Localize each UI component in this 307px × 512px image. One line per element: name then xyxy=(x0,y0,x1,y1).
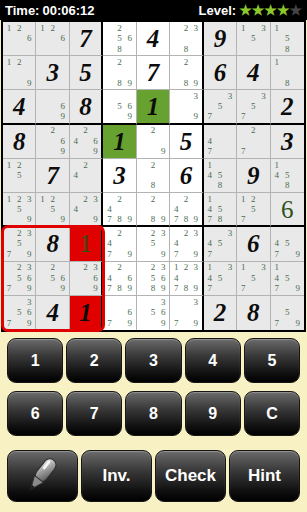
given-digit: 4 xyxy=(247,60,260,85)
pencil-marks: 238 xyxy=(170,22,201,55)
pencil-marks: 47 xyxy=(204,125,236,158)
given-digit: 8 xyxy=(46,231,59,256)
cell-r8c4[interactable]: 246789 xyxy=(103,262,136,296)
pencil-marks: 289 xyxy=(137,193,169,225)
given-digit: 8 xyxy=(247,300,260,325)
given-digit: 6 xyxy=(214,60,227,85)
star-filled-icon: ★ xyxy=(239,2,252,18)
cell-r7c8[interactable]: 6 xyxy=(237,227,270,261)
pencil-marks: 1458 xyxy=(204,159,236,192)
pencil-marks: 1458 xyxy=(271,159,304,192)
pencil-marks: 23479 xyxy=(170,227,201,260)
cell-r4c9[interactable]: 3 xyxy=(271,125,304,159)
inv-button[interactable]: Inv. xyxy=(81,450,152,502)
sudoku-board: 1261267256842389135158129352897289641846… xyxy=(1,20,306,332)
key-c[interactable]: C xyxy=(244,391,300,436)
cell-r6c3[interactable]: 2349 xyxy=(70,193,103,227)
key-4[interactable]: 4 xyxy=(185,338,241,383)
cell-r8c2[interactable]: 2569 xyxy=(36,262,69,296)
pencil-marks: 1357 xyxy=(237,262,269,295)
cell-r4c6[interactable]: 5 xyxy=(170,125,203,159)
cell-r5c4[interactable]: 3 xyxy=(103,159,136,193)
key-8[interactable]: 8 xyxy=(125,391,181,436)
cell-r8c9[interactable]: 14579 xyxy=(271,262,304,296)
cell-r6c7[interactable]: 14578 xyxy=(204,193,237,227)
given-digit: 2 xyxy=(281,94,294,119)
cell-r7c2[interactable]: 8 xyxy=(36,227,69,261)
cell-r4c7[interactable]: 47 xyxy=(204,125,237,159)
cell-r5c2[interactable]: 7 xyxy=(36,159,69,193)
pen-button[interactable] xyxy=(7,450,78,502)
cell-r2c2[interactable]: 3 xyxy=(36,56,69,90)
cell-r7c7[interactable]: 3457 xyxy=(204,227,237,261)
cell-r1c7[interactable]: 9 xyxy=(204,22,237,56)
pencil-marks: 357 xyxy=(237,90,269,122)
given-digit: 4 xyxy=(13,94,26,119)
cell-r1c9[interactable]: 158 xyxy=(271,22,304,56)
cell-r8c1[interactable]: 235679 xyxy=(3,262,36,296)
cell-r7c6[interactable]: 23479 xyxy=(170,227,203,261)
cell-r3c4[interactable]: 569 xyxy=(103,90,136,124)
given-digit: 9 xyxy=(214,26,227,51)
cell-r9c1[interactable]: 35679 xyxy=(3,296,36,330)
user-digit: 1 xyxy=(79,231,92,256)
time-label: Time: xyxy=(5,3,39,18)
pencil-marks: 24 xyxy=(70,159,101,192)
cell-r3c9[interactable]: 2 xyxy=(271,90,304,124)
cell-r9c5[interactable]: 3569 xyxy=(137,296,170,330)
cell-r2c5[interactable]: 7 xyxy=(137,56,170,90)
cell-r9c7[interactable]: 2 xyxy=(204,296,237,330)
cell-r9c2[interactable]: 4 xyxy=(36,296,69,330)
pencil-marks: 2469 xyxy=(70,125,101,158)
cell-r8c5[interactable]: 235689 xyxy=(137,262,170,296)
given-digit: 4 xyxy=(147,26,160,51)
cell-r5c7[interactable]: 1458 xyxy=(204,159,237,193)
given-digit: 7 xyxy=(46,163,59,188)
cell-r9c8[interactable]: 8 xyxy=(237,296,270,330)
pencil-marks: 3457 xyxy=(204,227,236,260)
cell-r3c6[interactable]: 39 xyxy=(170,90,203,124)
keypad-row-1: 12345 xyxy=(7,338,300,383)
given-digit: 4 xyxy=(46,300,59,325)
cell-r1c4[interactable]: 2568 xyxy=(103,22,136,56)
status-bar: Time: 00:06:12 Level: ★★★★★ xyxy=(0,0,307,20)
pencil-marks: 246789 xyxy=(103,262,135,295)
cell-r4c3[interactable]: 2469 xyxy=(70,125,103,159)
star-filled-icon: ★ xyxy=(277,2,290,18)
given-digit: 3 xyxy=(46,60,59,85)
cell-r8c3[interactable]: 2369 xyxy=(70,262,103,296)
pencil-marks: 269 xyxy=(36,125,68,158)
cell-r5c3[interactable]: 24 xyxy=(70,159,103,193)
cell-r5c5[interactable]: 28 xyxy=(137,159,170,193)
cell-r6c8[interactable]: 1257 xyxy=(237,193,270,227)
cell-r6c6[interactable]: 24789 xyxy=(170,193,203,227)
pencil-marks: 2568 xyxy=(103,22,135,55)
given-digit: 9 xyxy=(247,163,260,188)
cell-r5c6[interactable]: 6 xyxy=(170,159,203,193)
given-digit: 2 xyxy=(214,300,227,325)
given-digit: 8 xyxy=(13,129,26,154)
pencil-marks: 39 xyxy=(170,90,201,122)
pencil-marks: 3569 xyxy=(137,296,169,330)
given-digit: 7 xyxy=(79,26,92,51)
pencil-marks: 158 xyxy=(271,22,304,55)
pencil-marks: 126 xyxy=(36,22,68,55)
level-indicator: Level: ★★★★★ xyxy=(199,3,302,18)
cell-r2c3[interactable]: 5 xyxy=(70,56,103,90)
cell-r3c1[interactable]: 4 xyxy=(3,90,36,124)
pencil-marks: 235679 xyxy=(3,262,35,295)
cell-r6c9[interactable]: 6 xyxy=(271,193,304,227)
pencil-marks: 125 xyxy=(3,159,35,192)
cell-r5c8[interactable]: 9 xyxy=(237,159,270,193)
pencil-marks: 14579 xyxy=(271,262,304,295)
cell-r2c1[interactable]: 129 xyxy=(3,56,36,90)
pencil-marks: 13457 xyxy=(204,262,236,295)
pencil-marks: 27 xyxy=(237,125,269,158)
pencil-marks: 129 xyxy=(3,56,35,89)
pencil-marks: 2359 xyxy=(137,227,169,260)
cell-r4c8[interactable]: 27 xyxy=(237,125,270,159)
pencil-marks: 24789 xyxy=(170,193,201,225)
key-3[interactable]: 3 xyxy=(125,338,181,383)
key-7[interactable]: 7 xyxy=(66,391,122,436)
pencil-marks: 23579 xyxy=(3,227,35,260)
cell-r9c4[interactable]: 679 xyxy=(103,296,136,330)
timer: Time: 00:06:12 xyxy=(5,3,94,18)
pencil-marks: 35679 xyxy=(3,296,35,330)
pencil-marks: 289 xyxy=(103,56,135,89)
control-panel: 12345 6789C xyxy=(0,332,307,502)
key-1[interactable]: 1 xyxy=(7,338,63,383)
pencil-marks: 29 xyxy=(137,125,169,158)
given-digit: 1 xyxy=(147,94,160,119)
cell-r6c5[interactable]: 289 xyxy=(137,193,170,227)
cell-r2c7[interactable]: 6 xyxy=(204,56,237,90)
pencil-marks: 679 xyxy=(103,296,135,330)
level-stars: ★★★★★ xyxy=(239,3,302,17)
pencil-marks: 24789 xyxy=(103,193,135,225)
cell-r3c5[interactable]: 1 xyxy=(137,90,170,124)
cell-r5c9[interactable]: 1458 xyxy=(271,159,304,193)
pencil-marks: 379 xyxy=(170,296,201,330)
pencil-marks: 1257 xyxy=(237,193,269,225)
cell-r8c8[interactable]: 1357 xyxy=(237,262,270,296)
cell-r7c3[interactable]: 1 xyxy=(70,227,103,261)
pencil-marks: 12359 xyxy=(3,193,35,225)
given-digit: 3 xyxy=(113,163,126,188)
cell-r3c8[interactable]: 357 xyxy=(237,90,270,124)
given-digit: 6 xyxy=(180,163,193,188)
cell-r4c1[interactable]: 8 xyxy=(3,125,36,159)
cell-r6c1[interactable]: 12359 xyxy=(3,193,36,227)
cell-r2c9[interactable]: 18 xyxy=(271,56,304,90)
cell-r9c9[interactable]: 579 xyxy=(271,296,304,330)
cell-r9c6[interactable]: 379 xyxy=(170,296,203,330)
cell-r3c7[interactable]: 357 xyxy=(204,90,237,124)
pencil-marks: 289 xyxy=(170,56,201,89)
given-digit: 3 xyxy=(281,129,294,154)
cell-r1c8[interactable]: 135 xyxy=(237,22,270,56)
given-digit: 1 xyxy=(113,129,126,154)
given-digit: 8 xyxy=(79,94,92,119)
given-digit: 5 xyxy=(79,60,92,85)
cell-r8c7[interactable]: 13457 xyxy=(204,262,237,296)
pencil-marks: 2349 xyxy=(70,193,101,225)
cell-r1c6[interactable]: 238 xyxy=(170,22,203,56)
cell-r3c3[interactable]: 8 xyxy=(70,90,103,124)
pencil-marks: 579 xyxy=(271,296,304,330)
key-9[interactable]: 9 xyxy=(185,391,241,436)
level-label: Level: xyxy=(199,3,237,18)
cell-r2c6[interactable]: 289 xyxy=(170,56,203,90)
cell-r8c6[interactable]: 1234789 xyxy=(170,262,203,296)
given-digit: 7 xyxy=(147,60,160,85)
pencil-marks: 569 xyxy=(103,90,135,122)
cell-r1c3[interactable]: 7 xyxy=(70,22,103,56)
check-button[interactable]: Check xyxy=(155,450,226,502)
cell-r7c5[interactable]: 2359 xyxy=(137,227,170,261)
pencil-marks: 357 xyxy=(204,90,236,122)
action-row: Inv.CheckHint xyxy=(7,450,300,502)
cell-r1c1[interactable]: 126 xyxy=(3,22,36,56)
pencil-marks: 1234789 xyxy=(170,262,201,295)
pencil-marks: 18 xyxy=(271,56,304,89)
pencil-marks: 2569 xyxy=(36,262,68,295)
pencil-marks: 28 xyxy=(137,159,169,192)
cell-r7c4[interactable]: 2479 xyxy=(103,227,136,261)
cell-r1c5[interactable]: 4 xyxy=(137,22,170,56)
cell-r4c4[interactable]: 1 xyxy=(103,125,136,159)
pencil-marks: 2369 xyxy=(70,262,101,295)
cell-r3c2[interactable]: 69 xyxy=(36,90,69,124)
pencil-marks: 69 xyxy=(36,90,68,122)
key-6[interactable]: 6 xyxy=(7,391,63,436)
pencil-marks: 14578 xyxy=(204,193,236,225)
pencil-marks: 135 xyxy=(237,22,269,55)
star-filled-icon: ★ xyxy=(252,2,265,18)
time-value: 00:06:12 xyxy=(42,3,94,18)
pencil-marks: 235689 xyxy=(137,262,169,295)
key-5[interactable]: 5 xyxy=(244,338,300,383)
given-digit: 1 xyxy=(79,300,92,325)
pencil-marks: 1259 xyxy=(36,193,68,225)
key-2[interactable]: 2 xyxy=(66,338,122,383)
user-digit: 6 xyxy=(281,197,294,222)
cell-r9c3[interactable]: 1 xyxy=(70,296,103,330)
cell-r6c2[interactable]: 1259 xyxy=(36,193,69,227)
given-digit: 5 xyxy=(180,129,193,154)
pencil-marks: 126 xyxy=(3,22,35,55)
pen-icon xyxy=(22,455,64,497)
keypad-row-2: 6789C xyxy=(7,391,300,436)
given-digit: 6 xyxy=(247,231,260,256)
pencil-marks: 2479 xyxy=(103,227,135,260)
cell-r2c8[interactable]: 4 xyxy=(237,56,270,90)
cell-r1c2[interactable]: 126 xyxy=(36,22,69,56)
cell-r4c2[interactable]: 269 xyxy=(36,125,69,159)
cell-r4c5[interactable]: 29 xyxy=(137,125,170,159)
hint-button[interactable]: Hint xyxy=(229,450,300,502)
cell-r6c4[interactable]: 24789 xyxy=(103,193,136,227)
cell-r7c9[interactable]: 4579 xyxy=(271,227,304,261)
cell-r2c4[interactable]: 289 xyxy=(103,56,136,90)
star-filled-icon: ★ xyxy=(264,2,277,18)
star-empty-icon: ★ xyxy=(289,2,302,18)
cell-r5c1[interactable]: 125 xyxy=(3,159,36,193)
pencil-marks: 4579 xyxy=(271,227,304,260)
cell-r7c1[interactable]: 23579 xyxy=(3,227,36,261)
